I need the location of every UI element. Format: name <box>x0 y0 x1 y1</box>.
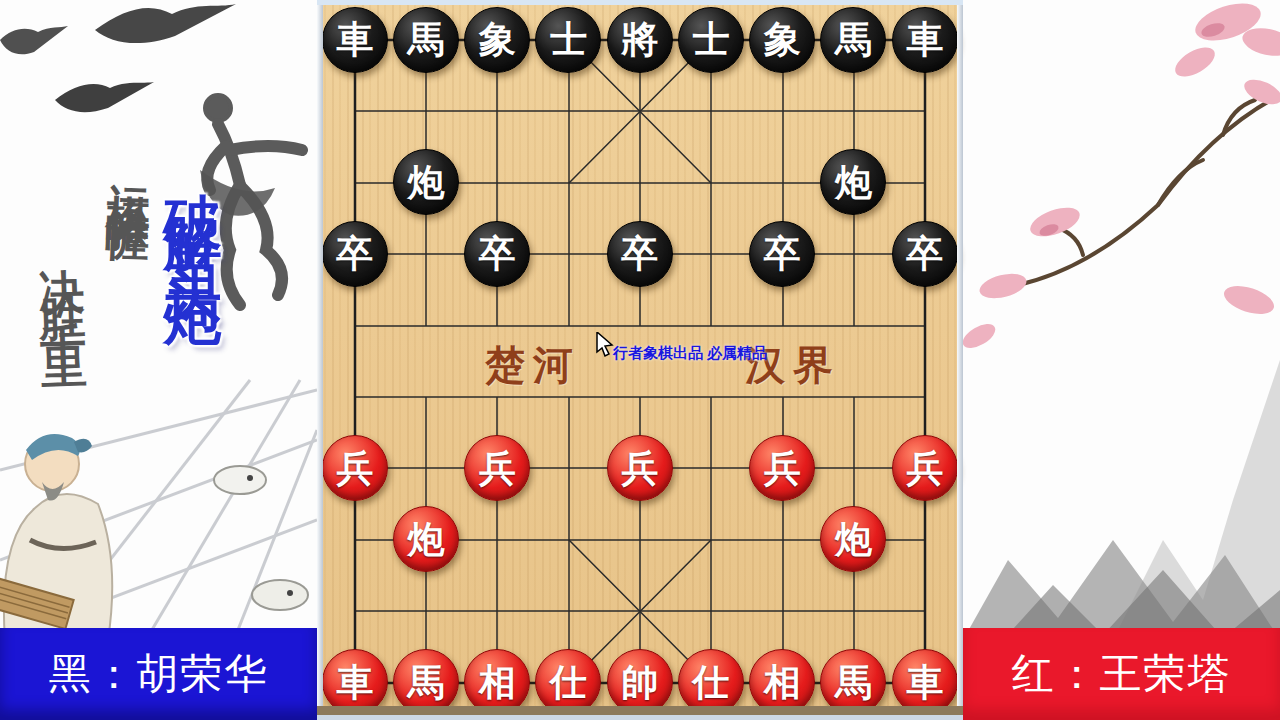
video-frame: 运棋帷幄 决胜千里 破解当头炮 <box>0 0 1280 720</box>
left-decor-panel: 运棋帷幄 决胜千里 破解当头炮 <box>0 0 317 720</box>
piece-glyph: 車 <box>336 21 373 58</box>
piece-glyph: 仕 <box>550 664 587 701</box>
black-piece-卒[interactable]: 卒 <box>464 221 530 287</box>
piece-glyph: 卒 <box>479 235 516 272</box>
black-piece-卒[interactable]: 卒 <box>749 221 815 287</box>
calligraphy-left-column: 决胜千里 <box>28 231 94 337</box>
board-bottom-edge <box>317 715 963 720</box>
seated-figure-art <box>0 420 140 650</box>
piece-glyph: 帥 <box>621 664 658 701</box>
piece-glyph: 卒 <box>764 235 801 272</box>
black-piece-士[interactable]: 士 <box>535 7 601 73</box>
piece-glyph: 馬 <box>835 664 872 701</box>
red-piece-兵[interactable]: 兵 <box>322 435 388 501</box>
piece-glyph: 士 <box>692 21 729 58</box>
board-bottom-wood-edge <box>317 706 963 715</box>
right-decor-panel: 胡荣华反宫马 <box>963 0 1280 720</box>
black-piece-炮[interactable]: 炮 <box>820 149 886 215</box>
piece-glyph: 卒 <box>336 235 373 272</box>
piece-glyph: 馬 <box>835 21 872 58</box>
piece-glyph: 仕 <box>692 664 729 701</box>
piece-glyph: 炮 <box>835 521 872 558</box>
black-player-label: 黑：胡荣华 <box>49 646 269 702</box>
mountain-art <box>963 300 1280 640</box>
black-piece-卒[interactable]: 卒 <box>607 221 673 287</box>
piece-glyph: 象 <box>479 21 516 58</box>
piece-glyph: 相 <box>764 664 801 701</box>
piece-glyph: 士 <box>550 21 587 58</box>
piece-glyph: 兵 <box>336 450 373 487</box>
red-piece-兵[interactable]: 兵 <box>607 435 673 501</box>
piece-glyph: 車 <box>906 664 943 701</box>
piece-glyph: 炮 <box>835 164 872 201</box>
black-piece-卒[interactable]: 卒 <box>892 221 958 287</box>
black-piece-士[interactable]: 士 <box>678 7 744 73</box>
piece-glyph: 炮 <box>407 521 444 558</box>
piece-glyph: 兵 <box>621 450 658 487</box>
piece-glyph: 馬 <box>407 21 444 58</box>
black-piece-車[interactable]: 車 <box>892 7 958 73</box>
board-left-edge <box>317 0 323 720</box>
piece-glyph: 將 <box>621 21 658 58</box>
piece-glyph: 兵 <box>764 450 801 487</box>
xiangqi-board-panel: 楚河 汉界 行者象棋出品 必属精品 車馬象士將士象馬車炮炮卒卒卒卒卒兵兵兵兵兵炮… <box>317 0 963 720</box>
piece-glyph: 馬 <box>407 664 444 701</box>
black-piece-馬[interactable]: 馬 <box>820 7 886 73</box>
black-piece-馬[interactable]: 馬 <box>393 7 459 73</box>
black-player-bar: 黑：胡荣华 <box>0 628 317 720</box>
red-player-label: 红：王荣塔 <box>1012 646 1232 702</box>
piece-glyph: 車 <box>336 664 373 701</box>
piece-glyph: 兵 <box>479 450 516 487</box>
piece-glyph: 卒 <box>906 235 943 272</box>
red-piece-炮[interactable]: 炮 <box>820 506 886 572</box>
piece-glyph: 象 <box>764 21 801 58</box>
board-right-edge <box>957 0 963 720</box>
calligraphy-right-column: 运棋帷幄 <box>99 147 160 197</box>
black-piece-將[interactable]: 將 <box>607 7 673 73</box>
piece-glyph: 兵 <box>906 450 943 487</box>
mouse-cursor-icon <box>596 332 614 358</box>
piece-glyph: 相 <box>479 664 516 701</box>
piece-glyph: 車 <box>906 21 943 58</box>
left-episode-title: 破解当头炮 <box>154 146 232 266</box>
red-piece-兵[interactable]: 兵 <box>464 435 530 501</box>
black-piece-卒[interactable]: 卒 <box>322 221 388 287</box>
black-piece-象[interactable]: 象 <box>749 7 815 73</box>
black-piece-炮[interactable]: 炮 <box>393 149 459 215</box>
red-piece-兵[interactable]: 兵 <box>892 435 958 501</box>
xiangqi-board[interactable]: 車馬象士將士象馬車炮炮卒卒卒卒卒兵兵兵兵兵炮炮車馬相仕帥仕相馬車 <box>319 4 960 718</box>
red-player-bar: 红：王荣塔 <box>963 628 1280 720</box>
black-piece-象[interactable]: 象 <box>464 7 530 73</box>
black-piece-車[interactable]: 車 <box>322 7 388 73</box>
red-piece-兵[interactable]: 兵 <box>749 435 815 501</box>
board-top-edge <box>317 0 963 5</box>
red-piece-炮[interactable]: 炮 <box>393 506 459 572</box>
piece-glyph: 炮 <box>407 164 444 201</box>
piece-glyph: 卒 <box>621 235 658 272</box>
